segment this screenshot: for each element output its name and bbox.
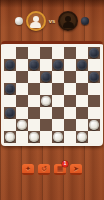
square-r7c7[interactable] xyxy=(76,119,88,131)
black-checker-ball-icon xyxy=(81,17,89,25)
white-checker[interactable] xyxy=(29,132,39,142)
moves-button[interactable]: ▦1 xyxy=(54,164,66,175)
black-checker[interactable] xyxy=(89,72,99,82)
square-r2c1[interactable] xyxy=(4,59,16,71)
square-r4c1[interactable] xyxy=(4,83,16,95)
square-r2c7[interactable] xyxy=(76,59,88,71)
square-r7c6[interactable] xyxy=(64,119,76,131)
forward-button[interactable]: ➤ xyxy=(70,164,82,175)
square-r6c6[interactable] xyxy=(64,107,76,119)
hint-icon: ✦ xyxy=(25,165,31,172)
game-screen: vs ✦↺▦1➤ xyxy=(0,0,104,200)
square-r1c6[interactable] xyxy=(64,47,76,59)
square-r1c3[interactable] xyxy=(28,47,40,59)
square-r4c6[interactable] xyxy=(64,83,76,95)
square-r2c4[interactable] xyxy=(40,59,52,71)
square-r4c4[interactable] xyxy=(40,83,52,95)
square-r6c7[interactable] xyxy=(76,107,88,119)
black-checker[interactable] xyxy=(5,60,15,70)
square-r2c3[interactable] xyxy=(28,59,40,71)
player-right-avatar[interactable] xyxy=(58,11,78,31)
square-r3c1[interactable] xyxy=(4,71,16,83)
square-r8c5[interactable] xyxy=(52,131,64,143)
white-checker[interactable] xyxy=(89,120,99,130)
square-r4c7[interactable] xyxy=(76,83,88,95)
white-checker[interactable] xyxy=(5,132,15,142)
square-r3c2[interactable] xyxy=(16,71,28,83)
square-r3c7[interactable] xyxy=(76,71,88,83)
person-icon xyxy=(28,13,44,29)
square-r8c2[interactable] xyxy=(16,131,28,143)
square-r6c1[interactable] xyxy=(4,107,16,119)
square-r3c3[interactable] xyxy=(28,71,40,83)
board xyxy=(4,47,100,143)
white-checker-ball-icon xyxy=(15,17,23,25)
players-header: vs xyxy=(0,0,104,41)
square-r6c4[interactable] xyxy=(40,107,52,119)
square-r2c5[interactable] xyxy=(52,59,64,71)
square-r8c3[interactable] xyxy=(28,131,40,143)
square-r5c1[interactable] xyxy=(4,95,16,107)
square-r1c8[interactable] xyxy=(88,47,100,59)
square-r1c5[interactable] xyxy=(52,47,64,59)
square-r5c2[interactable] xyxy=(16,95,28,107)
square-r7c5[interactable] xyxy=(52,119,64,131)
black-checker[interactable] xyxy=(5,84,15,94)
white-checker[interactable] xyxy=(77,132,87,142)
vs-label: vs xyxy=(49,17,56,25)
black-checker[interactable] xyxy=(89,48,99,58)
person-icon xyxy=(60,13,76,29)
square-r5c4[interactable] xyxy=(40,95,52,107)
undo-icon: ↺ xyxy=(41,165,47,172)
square-r2c2[interactable] xyxy=(16,59,28,71)
square-r7c4[interactable] xyxy=(40,119,52,131)
square-r2c6[interactable] xyxy=(64,59,76,71)
square-r4c2[interactable] xyxy=(16,83,28,95)
square-r1c7[interactable] xyxy=(76,47,88,59)
square-r6c2[interactable] xyxy=(16,107,28,119)
square-r8c1[interactable] xyxy=(4,131,16,143)
toolbar: ✦↺▦1➤ xyxy=(0,164,104,175)
player-left-avatar[interactable] xyxy=(26,11,46,31)
board-frame xyxy=(1,41,103,146)
square-r7c3[interactable] xyxy=(28,119,40,131)
square-r7c8[interactable] xyxy=(88,119,100,131)
square-r7c1[interactable] xyxy=(4,119,16,131)
square-r5c5[interactable] xyxy=(52,95,64,107)
black-checker[interactable] xyxy=(29,60,39,70)
square-r2c8[interactable] xyxy=(88,59,100,71)
square-r3c5[interactable] xyxy=(52,71,64,83)
white-checker[interactable] xyxy=(53,132,63,142)
black-checker[interactable] xyxy=(53,60,63,70)
square-r1c2[interactable] xyxy=(16,47,28,59)
undo-button[interactable]: ↺ xyxy=(38,164,50,175)
square-r5c7[interactable] xyxy=(76,95,88,107)
square-r5c8[interactable] xyxy=(88,95,100,107)
square-r4c3[interactable] xyxy=(28,83,40,95)
square-r4c8[interactable] xyxy=(88,83,100,95)
square-r3c4[interactable] xyxy=(40,71,52,83)
hint-button[interactable]: ✦ xyxy=(22,164,34,175)
square-r7c2[interactable] xyxy=(16,119,28,131)
square-r6c5[interactable] xyxy=(52,107,64,119)
white-checker[interactable] xyxy=(17,120,27,130)
white-checker[interactable] xyxy=(41,96,51,106)
forward-icon: ➤ xyxy=(73,165,79,172)
black-checker[interactable] xyxy=(41,72,51,82)
square-r5c6[interactable] xyxy=(64,95,76,107)
square-r1c1[interactable] xyxy=(4,47,16,59)
square-r3c8[interactable] xyxy=(88,71,100,83)
square-r4c5[interactable] xyxy=(52,83,64,95)
square-r8c8[interactable] xyxy=(88,131,100,143)
square-r6c3[interactable] xyxy=(28,107,40,119)
black-checker[interactable] xyxy=(77,60,87,70)
square-r1c4[interactable] xyxy=(40,47,52,59)
square-r3c6[interactable] xyxy=(64,71,76,83)
square-r8c7[interactable] xyxy=(76,131,88,143)
square-r5c3[interactable] xyxy=(28,95,40,107)
square-r8c4[interactable] xyxy=(40,131,52,143)
black-checker[interactable] xyxy=(5,108,15,118)
notification-badge: 1 xyxy=(62,161,68,167)
square-r6c8[interactable] xyxy=(88,107,100,119)
square-r8c6[interactable] xyxy=(64,131,76,143)
